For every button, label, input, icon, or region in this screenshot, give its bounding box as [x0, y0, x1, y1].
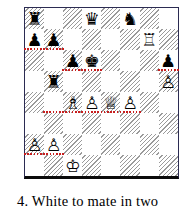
red-underline [24, 153, 64, 156]
square-a1 [25, 155, 44, 176]
square-d2 [82, 134, 101, 155]
square-e1 [101, 155, 120, 176]
square-g8 [140, 8, 159, 29]
square-h1 [159, 155, 178, 176]
piece-black-queen: ♛ [84, 9, 100, 29]
square-h3 [159, 113, 178, 134]
square-b1 [44, 155, 63, 176]
square-g2 [140, 134, 159, 155]
chess-puzzle-page: ♜♛♞♟♟♖♟♚♟♜♙♗♙♕♙♙♙♔ 4. White to mate in t… [0, 0, 182, 215]
square-g1 [140, 155, 159, 176]
square-b3 [44, 113, 63, 134]
square-e7 [101, 29, 120, 50]
square-f2 [120, 134, 139, 155]
square-d8: ♛ [82, 8, 101, 29]
square-h7 [159, 29, 178, 50]
square-f3 [120, 113, 139, 134]
square-a8: ♜ [25, 8, 44, 29]
red-underline [43, 111, 141, 114]
square-a4 [25, 92, 44, 113]
square-a6 [25, 50, 44, 71]
puzzle-caption: 4. White to mate in two [17, 193, 158, 210]
square-a5 [25, 71, 44, 92]
square-e8 [101, 8, 120, 29]
square-a3 [25, 113, 44, 134]
square-e5 [101, 71, 120, 92]
square-h2 [159, 134, 178, 155]
red-underline [158, 69, 179, 72]
square-b6 [44, 50, 63, 71]
square-g3 [140, 113, 159, 134]
square-g5 [140, 71, 159, 92]
square-f1 [120, 155, 139, 176]
square-c3 [63, 113, 82, 134]
chess-board: ♜♛♞♟♟♖♟♚♟♜♙♗♙♕♙♙♙♔ [24, 7, 179, 179]
piece-black-knight: ♞ [122, 9, 138, 29]
square-e3 [101, 113, 120, 134]
square-c8 [63, 8, 82, 29]
square-e2 [101, 134, 120, 155]
piece-white-rook: ♖ [141, 30, 157, 50]
square-d7 [82, 29, 101, 50]
square-g7: ♖ [140, 29, 159, 50]
square-d5 [82, 71, 101, 92]
square-f7 [120, 29, 139, 50]
square-c7 [63, 29, 82, 50]
square-f5 [120, 71, 139, 92]
square-g6 [140, 50, 159, 71]
piece-white-pawn: ♙ [160, 72, 176, 92]
red-underline [62, 69, 102, 72]
square-g4 [140, 92, 159, 113]
square-c1: ♔ [63, 155, 82, 176]
square-b5: ♜ [44, 71, 63, 92]
square-d1 [82, 155, 101, 176]
square-h4 [159, 92, 178, 113]
square-d3 [82, 113, 101, 134]
square-f8: ♞ [120, 8, 139, 29]
square-h5: ♙ [159, 71, 178, 92]
square-c5 [63, 71, 82, 92]
piece-white-king: ♔ [65, 156, 81, 176]
square-b8 [44, 8, 63, 29]
square-e6 [101, 50, 120, 71]
square-c2 [63, 134, 82, 155]
piece-black-rook: ♜ [46, 72, 62, 92]
piece-black-rook: ♜ [27, 9, 43, 29]
red-underline [24, 48, 64, 51]
square-f6 [120, 50, 139, 71]
square-h8 [159, 8, 178, 29]
